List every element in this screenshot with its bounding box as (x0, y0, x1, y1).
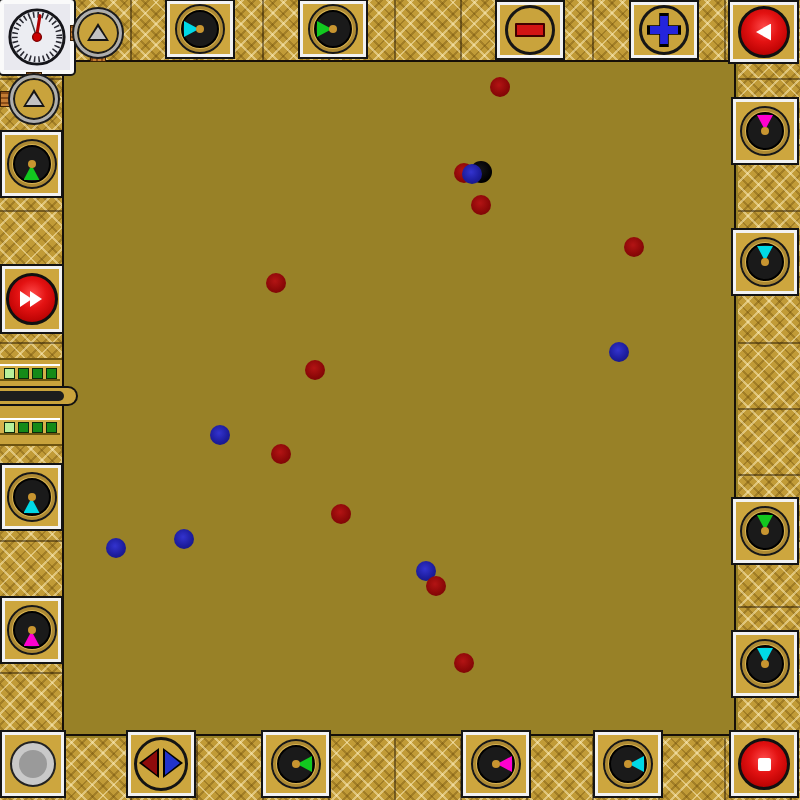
led-light-green (4, 422, 15, 433)
dial-right-cyan[interactable] (740, 237, 790, 287)
dial-tile-right-cyan (733, 632, 797, 696)
frame-bottom (0, 738, 800, 800)
dial-tile-left-cyan (2, 465, 61, 529)
fast-forward-tile (2, 266, 62, 332)
dial-bottom-cyan[interactable] (603, 739, 653, 789)
led-green (18, 422, 29, 433)
dial-left-cyan[interactable] (7, 472, 57, 522)
stop-button[interactable] (738, 738, 790, 790)
game-board (0, 0, 800, 800)
play-field (62, 60, 736, 736)
ball-red (266, 273, 286, 293)
ball-red (454, 653, 474, 673)
ball-blue (174, 529, 194, 549)
ball-red (305, 360, 325, 380)
ball-red (271, 444, 291, 464)
dial-bottom-green[interactable] (271, 739, 321, 789)
dial-tile-left-green (2, 132, 61, 196)
plus-button[interactable] (639, 5, 689, 55)
dial-tile-bottom-cyan (595, 732, 661, 796)
led-strip-2 (0, 418, 60, 435)
stop-tile (731, 732, 797, 796)
minus-icon (515, 23, 545, 37)
gray-button[interactable] (10, 741, 56, 787)
fast-forward-icon (20, 291, 44, 307)
led-green (32, 422, 43, 433)
dial-tile-bottom-magenta (463, 732, 529, 796)
swap-tile (128, 732, 194, 796)
dial-center-dot (28, 493, 36, 501)
dial-right-magenta[interactable] (740, 106, 790, 156)
dial-center-dot (624, 760, 632, 768)
dial-right-cyan[interactable] (740, 639, 790, 689)
dial-top-cyan[interactable] (175, 4, 225, 54)
slider-bar[interactable] (0, 391, 64, 401)
dial-center-dot (492, 760, 500, 768)
dial-left-magenta[interactable] (7, 605, 57, 655)
dial-tile-right-green (733, 499, 797, 563)
plus-tile (631, 2, 697, 58)
minus-tile (497, 2, 563, 58)
valve-top-button[interactable] (74, 9, 122, 57)
dial-center-dot (761, 258, 769, 266)
dial-center-dot (28, 160, 36, 168)
dial-right-green[interactable] (740, 506, 790, 556)
dial-center-dot (761, 660, 769, 668)
ball-blue (210, 425, 230, 445)
dial-tile-right-magenta (733, 99, 797, 163)
dial-tile-right-cyan (733, 230, 797, 294)
fast-forward-button[interactable] (6, 273, 58, 325)
ball-blue (609, 342, 629, 362)
dial-tile-bottom-green (263, 732, 329, 796)
led-green (46, 368, 57, 379)
dial-center-dot (329, 25, 337, 33)
plus-icon (647, 13, 681, 47)
ball-blue (106, 538, 126, 558)
ball-red (471, 195, 491, 215)
ball-red (426, 576, 446, 596)
back-tile (730, 2, 797, 62)
gauge-panel (0, 0, 74, 74)
led-green (46, 422, 57, 433)
ball-blue (462, 164, 482, 184)
back-button[interactable] (738, 6, 790, 58)
ball-red (490, 77, 510, 97)
dial-center-dot (28, 626, 36, 634)
swap-button[interactable] (134, 737, 188, 791)
left-triangle-icon (756, 24, 771, 41)
ball-red (331, 504, 351, 524)
valve-left-button[interactable] (10, 75, 58, 123)
dial-left-green[interactable] (7, 139, 57, 189)
stop-square-icon (758, 758, 771, 771)
dial-center-dot (761, 127, 769, 135)
slider-slot[interactable] (0, 386, 78, 406)
led-light-green (4, 368, 15, 379)
minus-button[interactable] (505, 5, 555, 55)
dial-tile-top-cyan (167, 1, 233, 57)
led-strip-1 (0, 364, 60, 381)
led-green (18, 368, 29, 379)
gauge-icon (6, 6, 68, 68)
dial-bottom-magenta[interactable] (471, 739, 521, 789)
dial-center-dot (196, 25, 204, 33)
dial-center-dot (761, 527, 769, 535)
dial-tile-top-green (300, 1, 366, 57)
dial-tile-left-magenta (2, 598, 61, 662)
dial-top-green[interactable] (308, 4, 358, 54)
led-green (32, 368, 43, 379)
dial-center-dot (292, 760, 300, 768)
ball-red (624, 237, 644, 257)
gray-tile (2, 732, 64, 796)
